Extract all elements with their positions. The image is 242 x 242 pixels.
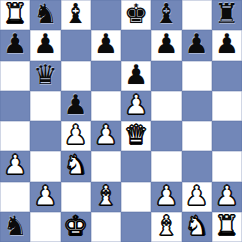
square-f2[interactable]: ♟	[151, 182, 181, 212]
square-h8[interactable]: ♜	[212, 0, 242, 30]
square-b4[interactable]	[30, 121, 60, 151]
piece-white-pawn-h2[interactable]: ♟	[215, 182, 239, 211]
square-h4[interactable]	[212, 121, 242, 151]
square-g6[interactable]	[182, 61, 212, 91]
piece-black-queen-b6[interactable]: ♛	[33, 61, 57, 90]
square-f7[interactable]: ♟	[151, 30, 181, 60]
square-b1[interactable]	[30, 212, 60, 242]
piece-white-knight-c3[interactable]: ♞	[64, 151, 88, 180]
square-a1[interactable]: ♞	[0, 212, 30, 242]
square-e7[interactable]	[121, 30, 151, 60]
square-f6[interactable]	[151, 61, 181, 91]
piece-black-king-e8[interactable]: ♚	[124, 0, 148, 29]
square-b5[interactable]	[30, 91, 60, 121]
piece-white-bishop-f1[interactable]: ♝	[154, 212, 178, 241]
piece-white-pawn-g2[interactable]: ♟	[185, 182, 209, 211]
square-c2[interactable]	[61, 182, 91, 212]
piece-black-pawn-e6[interactable]: ♟	[124, 61, 148, 90]
square-d5[interactable]	[91, 91, 121, 121]
square-d3[interactable]	[91, 151, 121, 181]
square-g1[interactable]: ♞	[182, 212, 212, 242]
square-h2[interactable]: ♟	[212, 182, 242, 212]
square-a2[interactable]	[0, 182, 30, 212]
square-h1[interactable]: ♜	[212, 212, 242, 242]
square-b6[interactable]: ♛	[30, 61, 60, 91]
square-h3[interactable]	[212, 151, 242, 181]
piece-black-bishop-c8[interactable]: ♝	[64, 0, 88, 29]
square-d6[interactable]	[91, 61, 121, 91]
piece-white-pawn-f2[interactable]: ♟	[154, 182, 178, 211]
piece-white-bishop-d2[interactable]: ♝	[94, 182, 118, 211]
piece-white-pawn-b2[interactable]: ♟	[33, 182, 57, 211]
piece-white-pawn-a3[interactable]: ♟	[3, 151, 27, 180]
square-h7[interactable]: ♟	[212, 30, 242, 60]
square-e4[interactable]: ♛	[121, 121, 151, 151]
square-a8[interactable]: ♜	[0, 0, 30, 30]
piece-white-queen-e4[interactable]: ♛	[124, 121, 148, 150]
square-a6[interactable]	[0, 61, 30, 91]
square-f5[interactable]	[151, 91, 181, 121]
piece-white-rook-h1[interactable]: ♜	[215, 212, 239, 241]
piece-white-pawn-d4[interactable]: ♟	[94, 121, 118, 150]
piece-black-pawn-c5[interactable]: ♟	[64, 91, 88, 120]
square-f8[interactable]: ♝	[151, 0, 181, 30]
square-a5[interactable]	[0, 91, 30, 121]
square-f3[interactable]	[151, 151, 181, 181]
square-h5[interactable]	[212, 91, 242, 121]
square-d7[interactable]: ♟	[91, 30, 121, 60]
square-d2[interactable]: ♝	[91, 182, 121, 212]
square-c5[interactable]: ♟	[61, 91, 91, 121]
square-e8[interactable]: ♚	[121, 0, 151, 30]
square-g8[interactable]	[182, 0, 212, 30]
square-f4[interactable]	[151, 121, 181, 151]
square-g4[interactable]	[182, 121, 212, 151]
square-g2[interactable]: ♟	[182, 182, 212, 212]
square-d8[interactable]	[91, 0, 121, 30]
piece-white-knight-g1[interactable]: ♞	[185, 212, 209, 241]
square-c4[interactable]: ♟	[61, 121, 91, 151]
square-e2[interactable]	[121, 182, 151, 212]
square-b7[interactable]: ♟	[30, 30, 60, 60]
square-b2[interactable]: ♟	[30, 182, 60, 212]
square-a4[interactable]	[0, 121, 30, 151]
piece-black-pawn-h7[interactable]: ♟	[215, 30, 239, 59]
piece-black-pawn-d7[interactable]: ♟	[94, 30, 118, 59]
piece-black-pawn-a7[interactable]: ♟	[3, 30, 27, 59]
piece-black-pawn-b7[interactable]: ♟	[33, 30, 57, 59]
square-g7[interactable]: ♟	[182, 30, 212, 60]
chess-board: ♜♞♝♚♝♜♟♟♟♟♟♟♛♟♟♟♟♟♛♟♞♟♝♟♟♟♞♚♝♞♜	[0, 0, 242, 242]
square-f1[interactable]: ♝	[151, 212, 181, 242]
piece-black-knight-a1[interactable]: ♞	[3, 212, 27, 241]
square-c7[interactable]	[61, 30, 91, 60]
piece-black-bishop-f8[interactable]: ♝	[154, 0, 178, 29]
piece-white-king-c1[interactable]: ♚	[64, 212, 88, 241]
square-d4[interactable]: ♟	[91, 121, 121, 151]
square-e6[interactable]: ♟	[121, 61, 151, 91]
square-a7[interactable]: ♟	[0, 30, 30, 60]
square-c3[interactable]: ♞	[61, 151, 91, 181]
square-b3[interactable]	[30, 151, 60, 181]
square-g3[interactable]	[182, 151, 212, 181]
piece-white-pawn-c4[interactable]: ♟	[64, 121, 88, 150]
square-a3[interactable]: ♟	[0, 151, 30, 181]
piece-white-pawn-e5[interactable]: ♟	[124, 91, 148, 120]
piece-black-knight-b8[interactable]: ♞	[33, 0, 57, 29]
square-c8[interactable]: ♝	[61, 0, 91, 30]
square-c1[interactable]: ♚	[61, 212, 91, 242]
square-e5[interactable]: ♟	[121, 91, 151, 121]
piece-black-pawn-g7[interactable]: ♟	[185, 30, 209, 59]
square-g5[interactable]	[182, 91, 212, 121]
square-d1[interactable]	[91, 212, 121, 242]
square-c6[interactable]	[61, 61, 91, 91]
piece-white-rook-a8[interactable]: ♜	[3, 0, 27, 29]
piece-black-rook-h8[interactable]: ♜	[215, 0, 239, 29]
square-b8[interactable]: ♞	[30, 0, 60, 30]
square-e1[interactable]	[121, 212, 151, 242]
square-h6[interactable]	[212, 61, 242, 91]
square-e3[interactable]	[121, 151, 151, 181]
piece-black-pawn-f7[interactable]: ♟	[154, 30, 178, 59]
